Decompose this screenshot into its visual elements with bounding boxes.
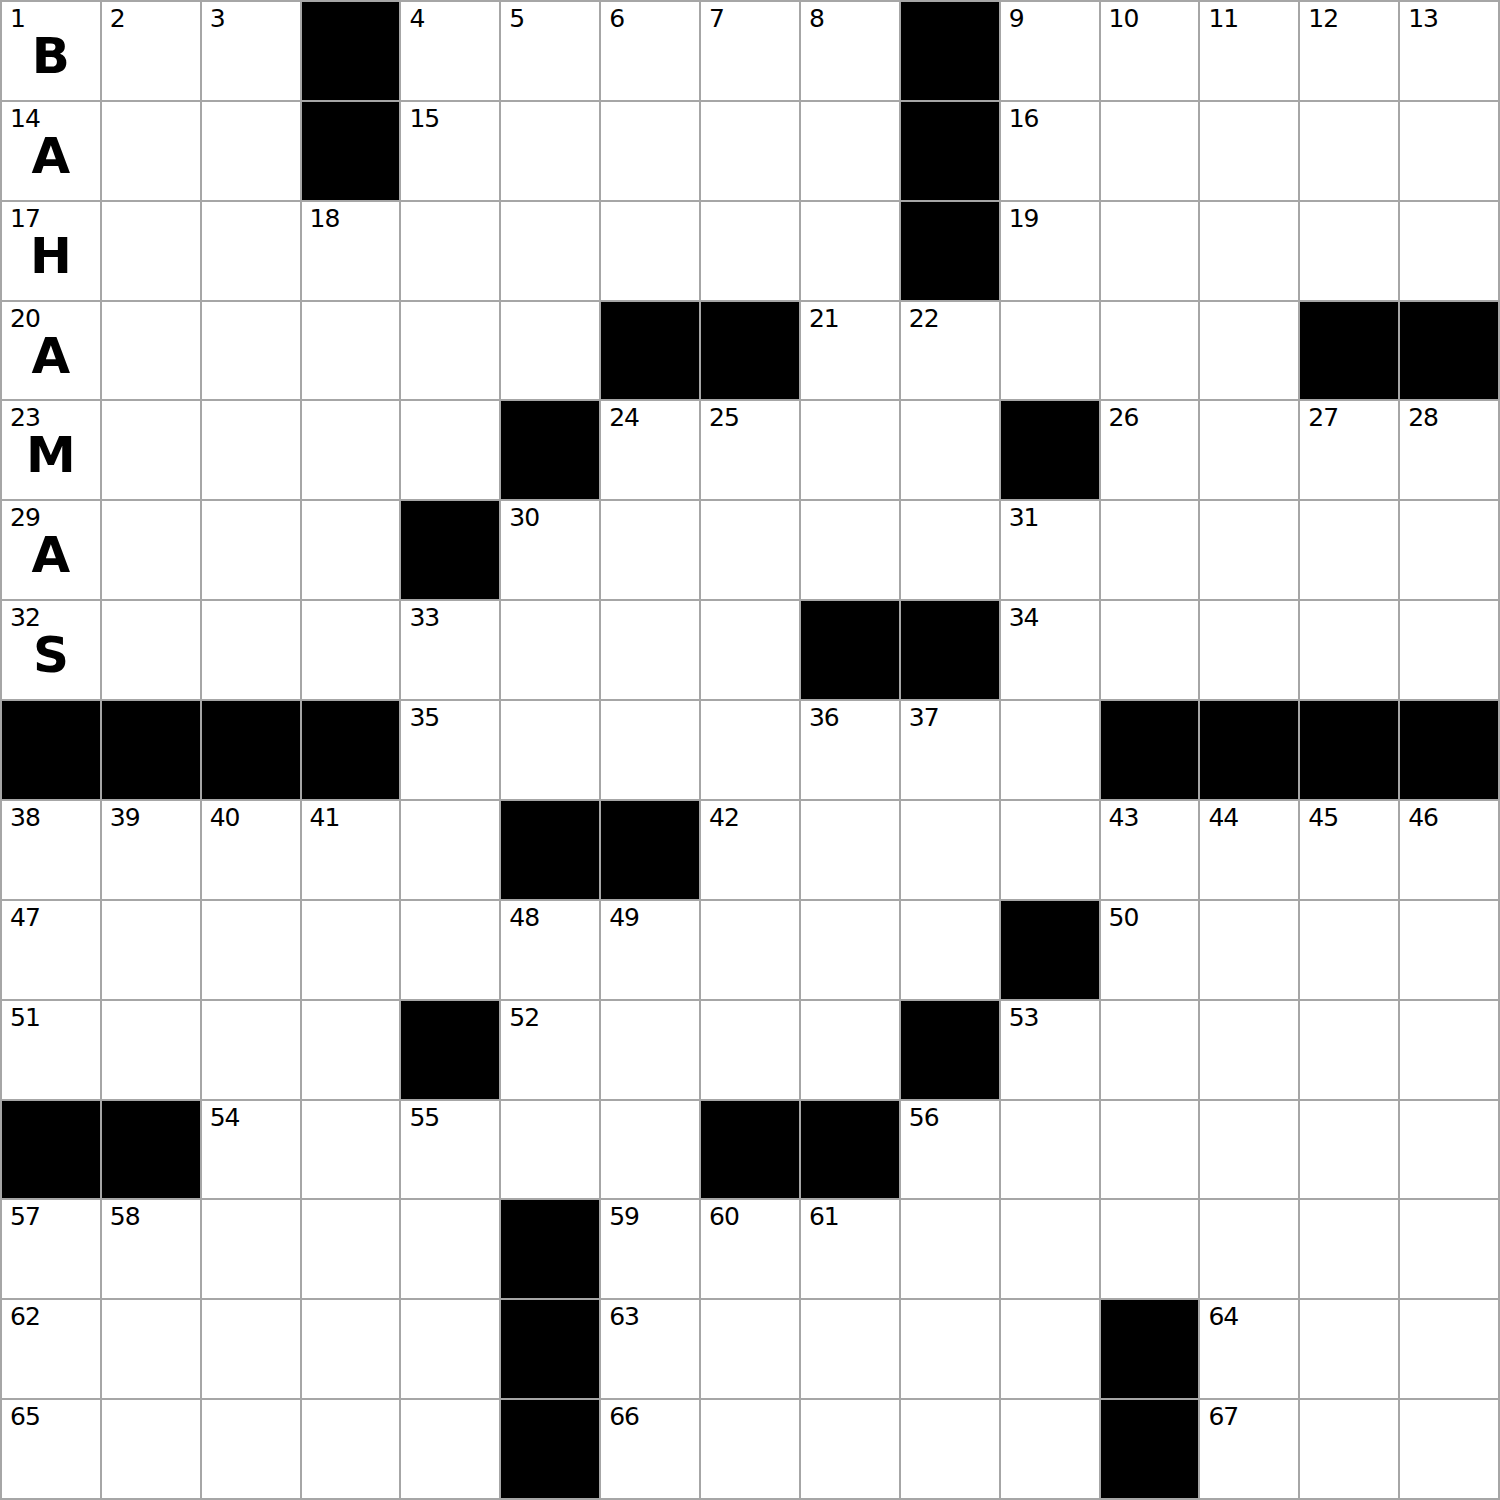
grid-cell[interactable] <box>1200 302 1298 400</box>
grid-cell[interactable] <box>1200 601 1298 699</box>
grid-cell[interactable] <box>701 901 799 999</box>
grid-cell[interactable] <box>601 1101 699 1199</box>
grid-cell[interactable] <box>1101 501 1199 599</box>
clue-number: 6 <box>609 5 624 33</box>
grid-cell[interactable]: 50 <box>1101 901 1199 999</box>
grid-cell[interactable]: 34 <box>1001 601 1099 699</box>
grid-cell[interactable]: 6 <box>601 2 699 100</box>
grid-cell[interactable] <box>401 1200 499 1298</box>
grid-cell[interactable] <box>1400 1400 1498 1498</box>
grid-cell[interactable] <box>1200 102 1298 200</box>
grid-cell[interactable]: 49 <box>601 901 699 999</box>
grid-cell[interactable] <box>202 202 300 300</box>
grid-cell[interactable] <box>1001 801 1099 899</box>
grid-cell[interactable]: 28 <box>1400 401 1498 499</box>
grid-cell[interactable]: 62 <box>2 1300 100 1398</box>
grid-cell[interactable] <box>901 401 999 499</box>
grid-cell[interactable] <box>901 1400 999 1498</box>
grid-cell[interactable]: 39 <box>102 801 200 899</box>
grid-cell[interactable]: 44 <box>1200 801 1298 899</box>
grid-cell[interactable]: 21 <box>801 302 899 400</box>
grid-cell[interactable]: 15 <box>401 102 499 200</box>
black-cell <box>501 1300 599 1398</box>
grid-cell[interactable] <box>1200 501 1298 599</box>
grid-cell[interactable] <box>1300 1300 1398 1398</box>
grid-cell[interactable] <box>1300 1101 1398 1199</box>
grid-cell[interactable] <box>601 701 699 799</box>
grid-cell[interactable] <box>401 801 499 899</box>
grid-cell[interactable]: 11 <box>1200 2 1298 100</box>
grid-cell[interactable] <box>202 601 300 699</box>
grid-cell[interactable]: 56 <box>901 1101 999 1199</box>
grid-cell[interactable] <box>1101 1101 1199 1199</box>
grid-cell[interactable] <box>202 1001 300 1099</box>
clue-number: 3 <box>210 5 225 33</box>
grid-cell[interactable]: 35 <box>401 701 499 799</box>
clue-number: 62 <box>10 1303 40 1331</box>
grid-cell[interactable]: 43 <box>1101 801 1199 899</box>
grid-cell[interactable] <box>801 501 899 599</box>
grid-cell[interactable] <box>1400 501 1498 599</box>
grid-cell[interactable] <box>1300 202 1398 300</box>
grid-cell[interactable] <box>302 601 400 699</box>
grid-cell[interactable]: 58 <box>102 1200 200 1298</box>
grid-cell[interactable]: 2 <box>102 2 200 100</box>
black-cell <box>601 801 699 899</box>
clue-number: 11 <box>1208 5 1238 33</box>
grid-cell[interactable] <box>401 302 499 400</box>
black-cell <box>1300 701 1398 799</box>
grid-cell[interactable] <box>1400 901 1498 999</box>
grid-cell[interactable] <box>601 601 699 699</box>
grid-cell[interactable] <box>701 202 799 300</box>
grid-cell[interactable]: 36 <box>801 701 899 799</box>
grid-cell[interactable]: 63 <box>601 1300 699 1398</box>
grid-cell[interactable] <box>401 901 499 999</box>
grid-cell[interactable]: 42 <box>701 801 799 899</box>
black-cell <box>102 701 200 799</box>
grid-cell[interactable] <box>801 202 899 300</box>
clue-number: 39 <box>110 804 140 832</box>
black-cell <box>302 102 400 200</box>
grid-cell[interactable] <box>202 1300 300 1398</box>
grid-cell[interactable] <box>1001 701 1099 799</box>
clue-number: 61 <box>809 1203 839 1231</box>
grid-cell[interactable] <box>302 1200 400 1298</box>
grid-cell[interactable] <box>401 1400 499 1498</box>
cell-letter: A <box>2 302 100 400</box>
grid-cell[interactable] <box>1101 601 1199 699</box>
grid-cell[interactable] <box>1200 401 1298 499</box>
grid-cell[interactable] <box>102 501 200 599</box>
grid-cell[interactable] <box>1300 601 1398 699</box>
black-cell <box>901 202 999 300</box>
grid-cell[interactable] <box>102 401 200 499</box>
clue-number: 15 <box>409 105 439 133</box>
clue-number: 8 <box>809 5 824 33</box>
clue-number: 59 <box>609 1203 639 1231</box>
clue-number: 66 <box>609 1403 639 1431</box>
clue-number: 45 <box>1308 804 1338 832</box>
grid-cell[interactable]: 26 <box>1101 401 1199 499</box>
clue-number: 55 <box>409 1104 439 1132</box>
clue-number: 49 <box>609 904 639 932</box>
clue-number: 58 <box>110 1203 140 1231</box>
grid-cell[interactable] <box>601 1001 699 1099</box>
clue-number: 57 <box>10 1203 40 1231</box>
grid-cell[interactable]: 10 <box>1101 2 1199 100</box>
clue-number: 19 <box>1009 205 1039 233</box>
grid-cell[interactable] <box>501 1101 599 1199</box>
grid-cell[interactable]: 13 <box>1400 2 1498 100</box>
clue-number: 28 <box>1408 404 1438 432</box>
grid-cell[interactable]: 47 <box>2 901 100 999</box>
clue-number: 4 <box>409 5 424 33</box>
clue-number: 67 <box>1208 1403 1238 1431</box>
clue-number: 43 <box>1109 804 1139 832</box>
black-cell <box>501 1200 599 1298</box>
grid-cell[interactable]: 5 <box>501 2 599 100</box>
black-cell <box>701 302 799 400</box>
grid-cell[interactable]: 14A <box>2 102 100 200</box>
grid-cell[interactable] <box>1300 901 1398 999</box>
grid-cell[interactable] <box>1200 1200 1298 1298</box>
grid-cell[interactable] <box>901 901 999 999</box>
grid-cell[interactable] <box>1001 1300 1099 1398</box>
grid-cell[interactable] <box>501 202 599 300</box>
cell-letter: A <box>2 102 100 200</box>
clue-number: 50 <box>1109 904 1139 932</box>
clue-number: 65 <box>10 1403 40 1431</box>
grid-cell[interactable] <box>102 1001 200 1099</box>
clue-number: 35 <box>409 704 439 732</box>
clue-number: 64 <box>1208 1303 1238 1331</box>
grid-cell[interactable] <box>1400 1300 1498 1398</box>
grid-cell[interactable] <box>901 801 999 899</box>
grid-cell[interactable]: 54 <box>202 1101 300 1199</box>
grid-cell[interactable] <box>501 701 599 799</box>
black-cell <box>1400 701 1498 799</box>
grid-cell[interactable] <box>1300 1001 1398 1099</box>
clue-number: 30 <box>509 504 539 532</box>
clue-number: 38 <box>10 804 40 832</box>
grid-cell[interactable] <box>1400 601 1498 699</box>
grid-cell[interactable]: 25 <box>701 401 799 499</box>
grid-cell[interactable] <box>1200 1101 1298 1199</box>
grid-cell[interactable]: 7 <box>701 2 799 100</box>
grid-cell[interactable] <box>1001 1101 1099 1199</box>
grid-cell[interactable]: 45 <box>1300 801 1398 899</box>
grid-cell[interactable]: 52 <box>501 1001 599 1099</box>
grid-cell[interactable]: 8 <box>801 2 899 100</box>
black-cell <box>1200 701 1298 799</box>
grid-cell[interactable] <box>401 1300 499 1398</box>
grid-cell[interactable] <box>202 1400 300 1498</box>
grid-cell[interactable]: 60 <box>701 1200 799 1298</box>
clue-number: 46 <box>1408 804 1438 832</box>
grid-cell[interactable] <box>801 801 899 899</box>
cell-letter: H <box>2 202 100 300</box>
grid-cell[interactable]: 30 <box>501 501 599 599</box>
grid-cell[interactable]: 38 <box>2 801 100 899</box>
grid-cell[interactable] <box>801 401 899 499</box>
grid-cell[interactable] <box>901 1300 999 1398</box>
black-cell <box>601 302 699 400</box>
grid-cell[interactable]: 9 <box>1001 2 1099 100</box>
grid-cell[interactable]: 48 <box>501 901 599 999</box>
grid-cell[interactable]: 19 <box>1001 202 1099 300</box>
cell-letter: A <box>2 501 100 599</box>
grid-cell[interactable] <box>1200 901 1298 999</box>
grid-cell[interactable] <box>1101 1001 1199 1099</box>
grid-cell[interactable]: 20A <box>2 302 100 400</box>
clue-number: 21 <box>809 305 839 333</box>
grid-cell[interactable] <box>801 1001 899 1099</box>
grid-cell[interactable]: 23M <box>2 401 100 499</box>
clue-number: 33 <box>409 604 439 632</box>
grid-cell[interactable] <box>601 501 699 599</box>
black-cell <box>102 1101 200 1199</box>
grid-cell[interactable] <box>102 302 200 400</box>
clue-number: 36 <box>809 704 839 732</box>
grid-cell[interactable] <box>1400 1200 1498 1298</box>
grid-cell[interactable] <box>601 202 699 300</box>
black-cell <box>1101 1300 1199 1398</box>
grid-cell[interactable] <box>102 601 200 699</box>
grid-cell[interactable] <box>302 1300 400 1398</box>
black-cell <box>2 1101 100 1199</box>
grid-cell[interactable] <box>501 102 599 200</box>
black-cell <box>901 1001 999 1099</box>
grid-cell[interactable] <box>302 1001 400 1099</box>
clue-number: 31 <box>1009 504 1039 532</box>
black-cell <box>901 102 999 200</box>
grid-cell[interactable] <box>801 102 899 200</box>
grid-cell[interactable]: 12 <box>1300 2 1398 100</box>
grid-cell[interactable] <box>701 701 799 799</box>
grid-cell[interactable] <box>1400 1101 1498 1199</box>
grid-cell[interactable] <box>302 401 400 499</box>
grid-cell[interactable]: 32S <box>2 601 100 699</box>
grid-cell[interactable]: 64 <box>1200 1300 1298 1398</box>
grid-cell[interactable] <box>1300 1200 1398 1298</box>
clue-number: 54 <box>210 1104 240 1132</box>
grid-cell[interactable] <box>202 1200 300 1298</box>
grid-cell[interactable]: 55 <box>401 1101 499 1199</box>
black-cell <box>1001 901 1099 999</box>
grid-cell[interactable] <box>102 1400 200 1498</box>
grid-cell[interactable] <box>901 1200 999 1298</box>
clue-number: 12 <box>1308 5 1338 33</box>
black-cell <box>501 801 599 899</box>
grid-cell[interactable] <box>202 501 300 599</box>
clue-number: 18 <box>310 205 340 233</box>
clue-number: 10 <box>1109 5 1139 33</box>
grid-cell[interactable] <box>1400 102 1498 200</box>
grid-cell[interactable] <box>1200 202 1298 300</box>
black-cell <box>901 601 999 699</box>
grid-cell[interactable]: 51 <box>2 1001 100 1099</box>
grid-cell[interactable] <box>202 302 300 400</box>
clue-number: 42 <box>709 804 739 832</box>
grid-cell[interactable] <box>1200 1001 1298 1099</box>
grid-cell[interactable] <box>102 901 200 999</box>
grid-cell[interactable] <box>1101 302 1199 400</box>
grid-cell[interactable]: 16 <box>1001 102 1099 200</box>
grid-cell[interactable] <box>1101 1200 1199 1298</box>
black-cell <box>2 701 100 799</box>
grid-cell[interactable] <box>701 1001 799 1099</box>
clue-number: 53 <box>1009 1004 1039 1032</box>
black-cell <box>1001 401 1099 499</box>
clue-number: 22 <box>909 305 939 333</box>
black-cell <box>501 401 599 499</box>
clue-number: 56 <box>909 1104 939 1132</box>
grid-cell[interactable] <box>701 1300 799 1398</box>
cell-letter: S <box>2 601 100 699</box>
black-cell <box>1400 302 1498 400</box>
grid-cell[interactable] <box>801 1400 899 1498</box>
grid-cell[interactable] <box>1001 302 1099 400</box>
grid-cell[interactable]: 24 <box>601 401 699 499</box>
grid-cell[interactable] <box>1300 1400 1398 1498</box>
grid-cell[interactable] <box>801 901 899 999</box>
grid-cell[interactable]: 3 <box>202 2 300 100</box>
grid-cell[interactable]: 33 <box>401 601 499 699</box>
grid-cell[interactable] <box>401 202 499 300</box>
black-cell <box>202 701 300 799</box>
black-cell <box>801 601 899 699</box>
grid-cell[interactable] <box>1300 501 1398 599</box>
clue-number: 25 <box>709 404 739 432</box>
black-cell <box>401 1001 499 1099</box>
grid-cell[interactable] <box>302 901 400 999</box>
clue-number: 7 <box>709 5 724 33</box>
grid-cell[interactable]: 61 <box>801 1200 899 1298</box>
black-cell <box>401 501 499 599</box>
grid-cell[interactable] <box>501 302 599 400</box>
clue-number: 13 <box>1408 5 1438 33</box>
black-cell <box>1101 701 1199 799</box>
grid-cell[interactable] <box>102 102 200 200</box>
grid-cell[interactable]: 31 <box>1001 501 1099 599</box>
grid-cell[interactable] <box>801 1300 899 1398</box>
grid-cell[interactable] <box>1101 202 1199 300</box>
grid-cell[interactable] <box>202 401 300 499</box>
black-cell <box>1300 302 1398 400</box>
grid-cell[interactable] <box>302 302 400 400</box>
black-cell <box>302 2 400 100</box>
grid-cell[interactable]: 46 <box>1400 801 1498 899</box>
cell-letter: M <box>2 401 100 499</box>
grid-cell[interactable] <box>901 501 999 599</box>
grid-cell[interactable] <box>701 501 799 599</box>
clue-number: 9 <box>1009 5 1024 33</box>
clue-number: 48 <box>509 904 539 932</box>
black-cell <box>901 2 999 100</box>
crossword-grid: 1B234567891011121314A151617H181920A21222… <box>0 0 1500 1500</box>
grid-cell[interactable] <box>302 1400 400 1498</box>
grid-cell[interactable]: 67 <box>1200 1400 1298 1498</box>
clue-number: 2 <box>110 5 125 33</box>
grid-cell[interactable] <box>1101 102 1199 200</box>
clue-number: 51 <box>10 1004 40 1032</box>
grid-cell[interactable]: 22 <box>901 302 999 400</box>
grid-cell[interactable]: 18 <box>302 202 400 300</box>
grid-cell[interactable]: 66 <box>601 1400 699 1498</box>
clue-number: 52 <box>509 1004 539 1032</box>
grid-cell[interactable]: 27 <box>1300 401 1398 499</box>
grid-cell[interactable] <box>102 202 200 300</box>
clue-number: 63 <box>609 1303 639 1331</box>
clue-number: 60 <box>709 1203 739 1231</box>
grid-cell[interactable]: 1B <box>2 2 100 100</box>
clue-number: 34 <box>1009 604 1039 632</box>
grid-cell[interactable]: 17H <box>2 202 100 300</box>
grid-cell[interactable] <box>1001 1400 1099 1498</box>
grid-cell[interactable] <box>302 501 400 599</box>
grid-cell[interactable] <box>701 1400 799 1498</box>
grid-cell[interactable] <box>601 102 699 200</box>
grid-cell[interactable]: 65 <box>2 1400 100 1498</box>
grid-cell[interactable]: 37 <box>901 701 999 799</box>
grid-cell[interactable] <box>501 601 599 699</box>
black-cell <box>302 701 400 799</box>
clue-number: 5 <box>509 5 524 33</box>
grid-cell[interactable] <box>1400 202 1498 300</box>
grid-cell[interactable] <box>701 102 799 200</box>
clue-number: 37 <box>909 704 939 732</box>
black-cell <box>801 1101 899 1199</box>
clue-number: 24 <box>609 404 639 432</box>
grid-cell[interactable] <box>202 901 300 999</box>
clue-number: 16 <box>1009 105 1039 133</box>
black-cell <box>501 1400 599 1498</box>
grid-cell[interactable]: 53 <box>1001 1001 1099 1099</box>
black-cell <box>1101 1400 1199 1498</box>
clue-number: 47 <box>10 904 40 932</box>
clue-number: 26 <box>1109 404 1139 432</box>
grid-cell[interactable] <box>1400 1001 1498 1099</box>
grid-cell[interactable] <box>302 1101 400 1199</box>
clue-number: 41 <box>310 804 340 832</box>
grid-cell[interactable] <box>401 401 499 499</box>
grid-cell[interactable]: 29A <box>2 501 100 599</box>
grid-cell[interactable] <box>102 1300 200 1398</box>
cell-letter: B <box>2 2 100 100</box>
grid-cell[interactable]: 40 <box>202 801 300 899</box>
clue-number: 40 <box>210 804 240 832</box>
grid-cell[interactable]: 57 <box>2 1200 100 1298</box>
grid-cell[interactable] <box>701 601 799 699</box>
black-cell <box>701 1101 799 1199</box>
grid-cell[interactable]: 59 <box>601 1200 699 1298</box>
grid-cell[interactable]: 41 <box>302 801 400 899</box>
grid-cell[interactable] <box>1001 1200 1099 1298</box>
grid-cell[interactable] <box>1300 102 1398 200</box>
clue-number: 27 <box>1308 404 1338 432</box>
grid-cell[interactable] <box>202 102 300 200</box>
grid-cell[interactable]: 4 <box>401 2 499 100</box>
clue-number: 44 <box>1208 804 1238 832</box>
